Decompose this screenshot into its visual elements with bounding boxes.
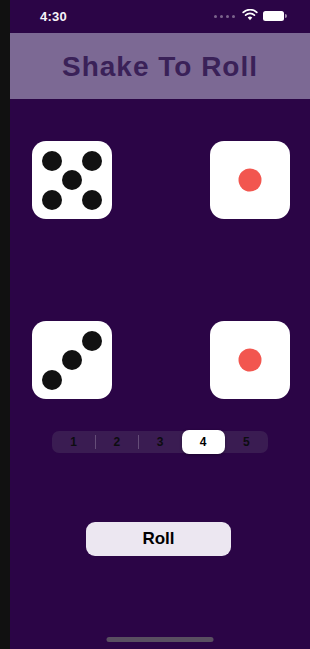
die-pip — [239, 169, 262, 192]
die-bottom-right — [210, 321, 290, 399]
segment-option-4[interactable]: 4 — [182, 430, 225, 454]
die-pip — [62, 350, 82, 370]
status-bar-time: 4:30 — [40, 9, 67, 24]
wifi-icon — [242, 7, 258, 25]
home-indicator[interactable] — [107, 637, 214, 642]
header-band: Shake To Roll — [10, 33, 310, 99]
die-pip — [42, 190, 62, 210]
die-top-right — [210, 141, 290, 219]
status-bar-icons — [214, 7, 286, 25]
segment-option-1[interactable]: 1 — [52, 431, 95, 453]
die-bottom-left — [32, 321, 112, 399]
die-pip — [62, 170, 82, 190]
die-top-left — [32, 141, 112, 219]
die-pip — [239, 349, 262, 372]
dice-count-segmented-control[interactable]: 12345 — [52, 431, 268, 453]
status-bar: 4:30 — [10, 0, 310, 32]
die-pip — [82, 190, 102, 210]
segment-option-2[interactable]: 2 — [95, 431, 138, 453]
roll-button[interactable]: Roll — [86, 522, 231, 556]
segment-option-3[interactable]: 3 — [138, 431, 181, 453]
die-pip — [82, 151, 102, 171]
app-screen: 4:30 Shake To Roll 12345 Roll — [10, 0, 310, 649]
die-pip — [42, 370, 62, 390]
battery-icon — [263, 11, 284, 21]
die-pip — [42, 151, 62, 171]
die-pip — [82, 331, 102, 351]
dice-grid — [32, 141, 290, 399]
segment-option-5[interactable]: 5 — [225, 431, 268, 453]
cellular-signal-icon — [214, 15, 235, 18]
page-title: Shake To Roll — [62, 49, 258, 83]
